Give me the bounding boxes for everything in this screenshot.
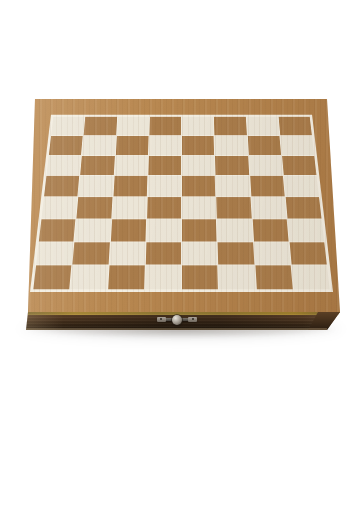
square-f2 [218, 242, 254, 265]
square-d3 [146, 219, 181, 241]
square-b3 [75, 219, 111, 241]
square-f6 [215, 156, 249, 176]
square-e5 [182, 176, 216, 196]
square-g3 [252, 219, 288, 241]
square-c3 [110, 219, 145, 241]
square-f3 [217, 219, 252, 241]
latch-knob [172, 315, 182, 325]
square-g2 [254, 242, 291, 265]
square-c6 [114, 156, 148, 176]
square-a1 [33, 266, 71, 290]
square-g6 [249, 156, 283, 176]
box-bottom-edge [26, 328, 327, 330]
square-e4 [182, 197, 216, 218]
square-a2 [36, 242, 73, 265]
square-f4 [216, 197, 251, 218]
latch-clasp [157, 314, 197, 326]
latch-screw-left-icon [160, 318, 162, 320]
square-f1 [218, 266, 255, 290]
latch-screw-right-icon [192, 318, 194, 320]
chess-box [0, 0, 350, 519]
square-h7 [280, 136, 314, 155]
square-a7 [49, 136, 83, 155]
square-c7 [115, 136, 148, 155]
square-c8 [117, 117, 149, 135]
square-e8 [182, 117, 214, 135]
square-b5 [79, 176, 114, 196]
square-b4 [77, 197, 112, 218]
square-f8 [214, 117, 246, 135]
square-d7 [149, 136, 181, 155]
square-b1 [70, 266, 108, 290]
square-d8 [149, 117, 181, 135]
square-h6 [282, 156, 317, 176]
square-d1 [145, 266, 181, 290]
square-h1 [291, 266, 329, 290]
square-e2 [182, 242, 217, 265]
square-h4 [285, 197, 321, 218]
square-a6 [47, 156, 82, 176]
square-d2 [146, 242, 181, 265]
square-g1 [255, 266, 293, 290]
square-a3 [39, 219, 76, 241]
square-d4 [147, 197, 181, 218]
chess-board [33, 117, 329, 290]
square-a4 [42, 197, 78, 218]
square-d5 [147, 176, 181, 196]
square-h8 [278, 117, 311, 135]
square-b6 [80, 156, 114, 176]
square-g5 [250, 176, 285, 196]
square-e3 [182, 219, 217, 241]
board-outline [30, 115, 333, 292]
square-h2 [289, 242, 326, 265]
square-b2 [73, 242, 110, 265]
square-h5 [284, 176, 319, 196]
square-g8 [246, 117, 279, 135]
square-g7 [247, 136, 280, 155]
box-lid-top [28, 99, 340, 312]
square-c4 [112, 197, 147, 218]
square-e1 [182, 266, 218, 290]
square-e7 [182, 136, 214, 155]
square-c2 [109, 242, 145, 265]
square-f7 [215, 136, 248, 155]
square-d6 [148, 156, 181, 176]
square-b7 [82, 136, 115, 155]
square-g4 [251, 197, 286, 218]
square-h3 [287, 219, 324, 241]
square-c5 [113, 176, 147, 196]
product-photo [0, 0, 350, 519]
square-a5 [44, 176, 79, 196]
square-b8 [84, 117, 117, 135]
square-c1 [108, 266, 145, 290]
square-f5 [216, 176, 250, 196]
square-e6 [182, 156, 215, 176]
square-a8 [51, 117, 84, 135]
